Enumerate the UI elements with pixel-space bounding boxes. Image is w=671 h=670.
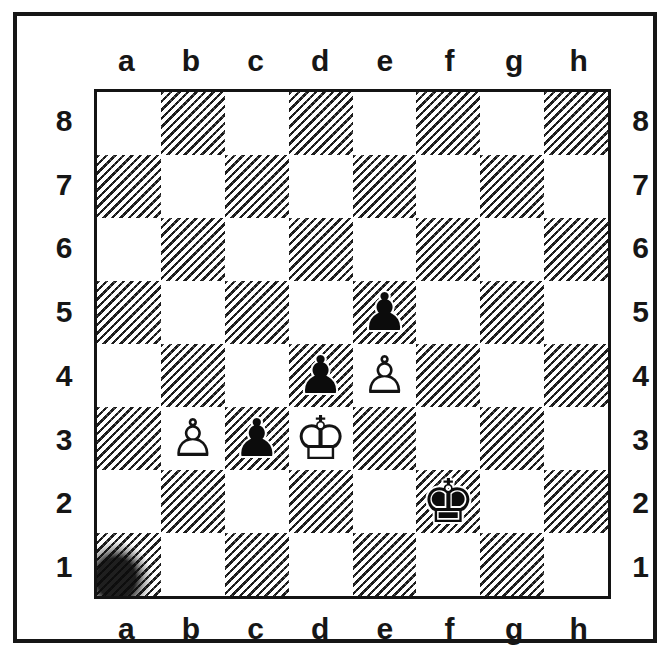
square-g1[interactable] [480,533,544,596]
square-c6[interactable] [225,218,289,281]
piece-black-pawn-c3[interactable]: ♟ [233,412,280,464]
square-h2[interactable] [544,470,608,533]
square-b1[interactable] [161,533,225,596]
file-label-c-top: c [223,32,288,89]
square-a2[interactable] [97,470,161,533]
rank-label-5-right: 5 [611,280,670,344]
rank-label-4-right: 4 [611,344,670,408]
square-e3[interactable] [353,407,417,470]
square-f6[interactable] [416,218,480,281]
chess-board[interactable]: ♟♟♙♙♟♔♚ [94,89,611,599]
file-label-e-top: e [353,32,418,89]
file-label-h-bottom: h [546,602,611,655]
file-labels-top: abcdefgh [94,32,611,89]
rank-label-3-right: 3 [611,408,670,472]
rank-label-7-right: 7 [611,153,670,217]
square-a7[interactable] [97,155,161,218]
square-c3[interactable]: ♟ [225,407,289,470]
rank-label-7-left: 7 [34,153,94,217]
square-b3[interactable]: ♙ [161,407,225,470]
square-g7[interactable] [480,155,544,218]
piece-white-pawn-b3[interactable]: ♙ [170,412,217,464]
square-h1[interactable] [544,533,608,596]
square-e8[interactable] [353,92,417,155]
rank-labels-left: 87654321 [34,89,94,599]
square-e5[interactable]: ♟ [353,281,417,344]
square-d3[interactable]: ♔ [289,407,353,470]
file-label-h-top: h [546,32,611,89]
square-b8[interactable] [161,92,225,155]
piece-white-pawn-e4[interactable]: ♙ [361,349,408,401]
square-f7[interactable] [416,155,480,218]
square-c8[interactable] [225,92,289,155]
square-b7[interactable] [161,155,225,218]
square-f5[interactable] [416,281,480,344]
square-d5[interactable] [289,281,353,344]
square-e4[interactable]: ♙ [353,344,417,407]
file-label-g-bottom: g [482,602,547,655]
rank-label-3-left: 3 [34,408,94,472]
diagram-outer-frame: abcdefgh 87654321 ♟♟♙♙♟♔♚ 87654321 abcde… [13,12,657,643]
square-d7[interactable] [289,155,353,218]
square-a8[interactable] [97,92,161,155]
rank-label-1-left: 1 [34,535,94,599]
square-f2[interactable]: ♚ [416,470,480,533]
square-a4[interactable] [97,344,161,407]
file-label-f-bottom: f [417,602,482,655]
square-c4[interactable] [225,344,289,407]
file-label-e-bottom: e [353,602,418,655]
square-g2[interactable] [480,470,544,533]
square-c2[interactable] [225,470,289,533]
rank-label-2-left: 2 [34,472,94,536]
piece-black-pawn-e5[interactable]: ♟ [361,286,408,338]
file-label-b-top: b [159,32,224,89]
square-e2[interactable] [353,470,417,533]
square-g4[interactable] [480,344,544,407]
file-label-a-bottom: a [94,602,159,655]
square-c5[interactable] [225,281,289,344]
rank-label-8-right: 8 [611,89,670,153]
square-h8[interactable] [544,92,608,155]
square-e1[interactable] [353,533,417,596]
square-f1[interactable] [416,533,480,596]
square-h4[interactable] [544,344,608,407]
rank-label-1-right: 1 [611,535,670,599]
square-a6[interactable] [97,218,161,281]
square-e7[interactable] [353,155,417,218]
file-label-f-top: f [417,32,482,89]
rank-label-2-right: 2 [611,472,670,536]
square-a5[interactable] [97,281,161,344]
square-d2[interactable] [289,470,353,533]
rank-label-6-left: 6 [34,217,94,281]
file-label-c-bottom: c [223,602,288,655]
file-label-g-top: g [482,32,547,89]
scanned-chess-diagram: abcdefgh 87654321 ♟♟♙♙♟♔♚ 87654321 abcde… [0,0,671,670]
square-c7[interactable] [225,155,289,218]
square-a3[interactable] [97,407,161,470]
file-label-b-bottom: b [159,602,224,655]
rank-label-8-left: 8 [34,89,94,153]
file-label-d-top: d [288,32,353,89]
square-f3[interactable] [416,407,480,470]
square-g3[interactable] [480,407,544,470]
rank-labels-right: 87654321 [611,89,670,599]
square-f8[interactable] [416,92,480,155]
file-label-a-top: a [94,32,159,89]
square-c1[interactable] [225,533,289,596]
square-d1[interactable] [289,533,353,596]
file-labels-bottom: abcdefgh [94,602,611,655]
piece-black-king-f2[interactable]: ♚ [421,471,475,531]
square-g8[interactable] [480,92,544,155]
rank-label-6-right: 6 [611,217,670,281]
square-b6[interactable] [161,218,225,281]
rank-label-4-left: 4 [34,344,94,408]
square-h6[interactable] [544,218,608,281]
square-b2[interactable] [161,470,225,533]
square-f4[interactable] [416,344,480,407]
square-g5[interactable] [480,281,544,344]
piece-black-pawn-d4[interactable]: ♟ [297,349,344,401]
square-h5[interactable] [544,281,608,344]
file-label-d-bottom: d [288,602,353,655]
rank-label-5-left: 5 [34,280,94,344]
square-b4[interactable] [161,344,225,407]
square-g6[interactable] [480,218,544,281]
square-h7[interactable] [544,155,608,218]
square-e6[interactable] [353,218,417,281]
square-a1[interactable] [97,533,161,596]
square-b5[interactable] [161,281,225,344]
piece-white-king-d3[interactable]: ♔ [294,408,348,468]
square-d6[interactable] [289,218,353,281]
square-h3[interactable] [544,407,608,470]
square-d8[interactable] [289,92,353,155]
square-d4[interactable]: ♟ [289,344,353,407]
